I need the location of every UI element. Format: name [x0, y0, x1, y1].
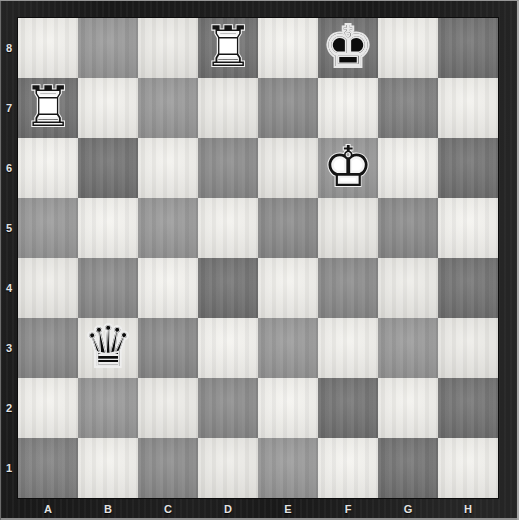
- square-e1[interactable]: [258, 438, 318, 498]
- square-b7[interactable]: [78, 78, 138, 138]
- square-a1[interactable]: [18, 438, 78, 498]
- rank-label-6: 6: [0, 138, 18, 198]
- piece-black-queen-b3[interactable]: ♛♛♕: [78, 318, 138, 378]
- square-f2[interactable]: [318, 378, 378, 438]
- square-h6[interactable]: [438, 138, 498, 198]
- square-b1[interactable]: [78, 438, 138, 498]
- square-g4[interactable]: [378, 258, 438, 318]
- square-d6[interactable]: [198, 138, 258, 198]
- rank-label-4: 4: [0, 258, 18, 318]
- square-e3[interactable]: [258, 318, 318, 378]
- black-piece-halo-glyph: ♛: [78, 317, 138, 377]
- square-c3[interactable]: [138, 318, 198, 378]
- file-label-a: A: [18, 498, 78, 520]
- white-piece-outline-glyph: ♖: [18, 77, 78, 137]
- square-h5[interactable]: [438, 198, 498, 258]
- black-piece-detail-glyph: ♔: [318, 17, 378, 77]
- piece-white-rook-d8[interactable]: ♜♖: [198, 18, 258, 78]
- file-labels: ABCDEFGH: [18, 498, 498, 520]
- square-f1[interactable]: [318, 438, 378, 498]
- square-e5[interactable]: [258, 198, 318, 258]
- rank-label-5: 5: [0, 198, 18, 258]
- square-b4[interactable]: [78, 258, 138, 318]
- square-g5[interactable]: [378, 198, 438, 258]
- rank-labels: 87654321: [0, 18, 18, 498]
- square-h8[interactable]: [438, 18, 498, 78]
- black-piece-detail-glyph: ♕: [78, 317, 138, 377]
- square-h1[interactable]: [438, 438, 498, 498]
- rank-label-7: 7: [0, 78, 18, 138]
- square-a4[interactable]: [18, 258, 78, 318]
- file-label-d: D: [198, 498, 258, 520]
- black-piece-halo-glyph: ♚: [318, 17, 378, 77]
- square-c6[interactable]: [138, 138, 198, 198]
- square-d1[interactable]: [198, 438, 258, 498]
- square-g1[interactable]: [378, 438, 438, 498]
- square-g3[interactable]: [378, 318, 438, 378]
- square-g6[interactable]: [378, 138, 438, 198]
- piece-black-king-f8[interactable]: ♚♚♔: [318, 18, 378, 78]
- rank-label-2: 2: [0, 378, 18, 438]
- square-d3[interactable]: [198, 318, 258, 378]
- square-c8[interactable]: [138, 18, 198, 78]
- square-g8[interactable]: [378, 18, 438, 78]
- file-label-h: H: [438, 498, 498, 520]
- square-a2[interactable]: [18, 378, 78, 438]
- rank-label-1: 1: [0, 438, 18, 498]
- square-d2[interactable]: [198, 378, 258, 438]
- square-h3[interactable]: [438, 318, 498, 378]
- square-b2[interactable]: [78, 378, 138, 438]
- board-grid: ♜♖♚♚♔♜♖♚♔♛♛♕: [18, 18, 498, 498]
- white-piece-outline-glyph: ♔: [318, 137, 378, 197]
- square-c5[interactable]: [138, 198, 198, 258]
- square-c1[interactable]: [138, 438, 198, 498]
- rank-label-3: 3: [0, 318, 18, 378]
- square-c7[interactable]: [138, 78, 198, 138]
- file-label-g: G: [378, 498, 438, 520]
- piece-white-rook-a7[interactable]: ♜♖: [18, 78, 78, 138]
- square-f4[interactable]: [318, 258, 378, 318]
- square-c2[interactable]: [138, 378, 198, 438]
- square-b8[interactable]: [78, 18, 138, 78]
- square-a8[interactable]: [18, 18, 78, 78]
- square-d5[interactable]: [198, 198, 258, 258]
- white-piece-fill-glyph: ♜: [198, 17, 258, 77]
- square-f7[interactable]: [318, 78, 378, 138]
- square-d8[interactable]: ♜♖: [198, 18, 258, 78]
- file-label-e: E: [258, 498, 318, 520]
- square-h7[interactable]: [438, 78, 498, 138]
- square-b5[interactable]: [78, 198, 138, 258]
- piece-white-king-f6[interactable]: ♚♔: [318, 138, 378, 198]
- square-e4[interactable]: [258, 258, 318, 318]
- square-e2[interactable]: [258, 378, 318, 438]
- chess-board-diagram: ♜♖♚♚♔♜♖♚♔♛♛♕ 87654321 ABCDEFGH: [0, 0, 519, 520]
- square-e6[interactable]: [258, 138, 318, 198]
- white-piece-outline-glyph: ♖: [198, 17, 258, 77]
- square-d7[interactable]: [198, 78, 258, 138]
- file-label-c: C: [138, 498, 198, 520]
- square-a6[interactable]: [18, 138, 78, 198]
- square-h4[interactable]: [438, 258, 498, 318]
- black-piece-fill-glyph: ♛: [78, 317, 138, 377]
- file-label-f: F: [318, 498, 378, 520]
- white-piece-fill-glyph: ♚: [318, 137, 378, 197]
- square-f8[interactable]: ♚♚♔: [318, 18, 378, 78]
- square-b6[interactable]: [78, 138, 138, 198]
- square-b3[interactable]: ♛♛♕: [78, 318, 138, 378]
- square-e8[interactable]: [258, 18, 318, 78]
- white-piece-fill-glyph: ♜: [18, 77, 78, 137]
- rank-label-8: 8: [0, 18, 18, 78]
- square-e7[interactable]: [258, 78, 318, 138]
- square-g7[interactable]: [378, 78, 438, 138]
- square-f3[interactable]: [318, 318, 378, 378]
- square-h2[interactable]: [438, 378, 498, 438]
- square-f6[interactable]: ♚♔: [318, 138, 378, 198]
- square-d4[interactable]: [198, 258, 258, 318]
- black-piece-fill-glyph: ♚: [318, 17, 378, 77]
- square-a5[interactable]: [18, 198, 78, 258]
- square-a7[interactable]: ♜♖: [18, 78, 78, 138]
- square-a3[interactable]: [18, 318, 78, 378]
- square-g2[interactable]: [378, 378, 438, 438]
- square-f5[interactable]: [318, 198, 378, 258]
- square-c4[interactable]: [138, 258, 198, 318]
- file-label-b: B: [78, 498, 138, 520]
